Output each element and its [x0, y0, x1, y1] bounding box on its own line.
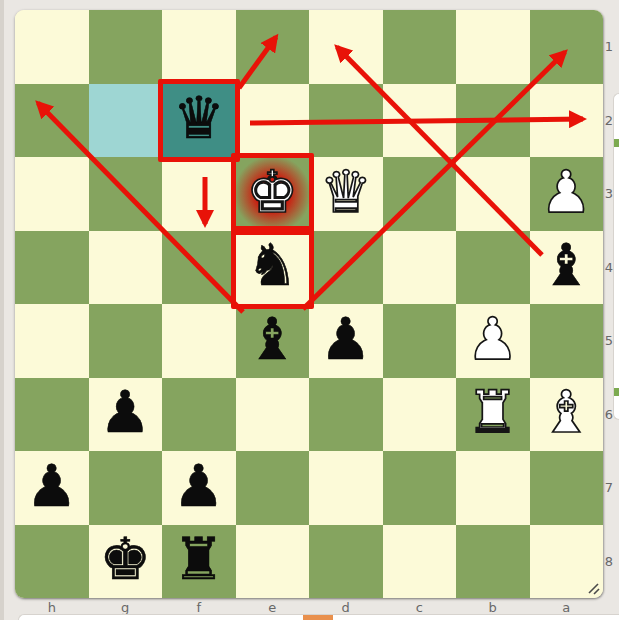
square-b8[interactable] — [456, 525, 530, 599]
scroll-panel-right — [613, 93, 619, 420]
resize-handle[interactable] — [586, 581, 601, 596]
square-f6[interactable] — [162, 378, 236, 452]
square-b4[interactable] — [456, 231, 530, 305]
piece-white-bishop[interactable]: ♝ — [540, 383, 592, 441]
square-f1[interactable] — [162, 10, 236, 84]
square-e7[interactable] — [236, 451, 310, 525]
square-a1[interactable] — [530, 10, 604, 84]
square-c5[interactable] — [383, 304, 457, 378]
square-e4[interactable]: ♞ — [236, 231, 310, 305]
square-g7[interactable] — [89, 451, 163, 525]
piece-black-king[interactable]: ♚ — [99, 530, 151, 588]
piece-black-bishop[interactable]: ♝ — [540, 236, 592, 294]
square-g1[interactable] — [89, 10, 163, 84]
square-b5[interactable]: ♟ — [456, 304, 530, 378]
square-h1[interactable] — [15, 10, 89, 84]
square-c4[interactable] — [383, 231, 457, 305]
square-c1[interactable] — [383, 10, 457, 84]
square-e2[interactable] — [236, 84, 310, 158]
scroll-tick-1 — [614, 139, 619, 147]
square-e1[interactable] — [236, 10, 310, 84]
square-f5[interactable] — [162, 304, 236, 378]
square-d3[interactable]: ♛ — [309, 157, 383, 231]
file-label-g: g — [89, 600, 163, 615]
board-squares: ♛♚♛♟♞♝♝♟♟♟♜♝♟♟♚♜ — [15, 10, 603, 598]
orange-tab[interactable] — [303, 615, 333, 620]
square-h8[interactable] — [15, 525, 89, 599]
file-label-f: f — [162, 600, 236, 615]
piece-white-pawn[interactable]: ♟ — [540, 163, 592, 221]
square-h6[interactable] — [15, 378, 89, 452]
square-a2[interactable] — [530, 84, 604, 158]
square-b1[interactable] — [456, 10, 530, 84]
file-label-b: b — [456, 600, 530, 615]
piece-black-pawn[interactable]: ♟ — [320, 310, 372, 368]
piece-black-rook[interactable]: ♜ — [173, 530, 225, 588]
piece-black-knight[interactable]: ♞ — [246, 236, 298, 294]
piece-white-rook[interactable]: ♜ — [467, 383, 519, 441]
chess-board: ♛♚♛♟♞♝♝♟♟♟♜♝♟♟♚♜ — [15, 10, 603, 598]
square-a6[interactable]: ♝ — [530, 378, 604, 452]
square-f8[interactable]: ♜ — [162, 525, 236, 599]
piece-black-bishop[interactable]: ♝ — [246, 310, 298, 368]
square-f2[interactable]: ♛ — [162, 84, 236, 158]
square-e5[interactable]: ♝ — [236, 304, 310, 378]
scroll-tick-2 — [614, 388, 619, 396]
square-f3[interactable] — [162, 157, 236, 231]
square-g6[interactable]: ♟ — [89, 378, 163, 452]
square-d4[interactable] — [309, 231, 383, 305]
square-f7[interactable]: ♟ — [162, 451, 236, 525]
square-d7[interactable] — [309, 451, 383, 525]
rank-label-7: 7 — [602, 451, 616, 525]
square-e6[interactable] — [236, 378, 310, 452]
square-b2[interactable] — [456, 84, 530, 158]
square-g3[interactable] — [89, 157, 163, 231]
square-a3[interactable]: ♟ — [530, 157, 604, 231]
square-b3[interactable] — [456, 157, 530, 231]
file-label-e: e — [236, 600, 310, 615]
square-h3[interactable] — [15, 157, 89, 231]
square-h7[interactable]: ♟ — [15, 451, 89, 525]
square-f4[interactable] — [162, 231, 236, 305]
square-d8[interactable] — [309, 525, 383, 599]
square-g5[interactable] — [89, 304, 163, 378]
file-label-a: a — [530, 600, 604, 615]
square-h4[interactable] — [15, 231, 89, 305]
square-g8[interactable]: ♚ — [89, 525, 163, 599]
square-e3[interactable]: ♚ — [236, 157, 310, 231]
rank-label-1: 1 — [602, 10, 616, 84]
piece-white-king[interactable]: ♚ — [246, 163, 298, 221]
square-c6[interactable] — [383, 378, 457, 452]
square-a4[interactable]: ♝ — [530, 231, 604, 305]
square-d6[interactable] — [309, 378, 383, 452]
square-b7[interactable] — [456, 451, 530, 525]
square-a7[interactable] — [530, 451, 604, 525]
square-h5[interactable] — [15, 304, 89, 378]
square-d5[interactable]: ♟ — [309, 304, 383, 378]
square-c8[interactable] — [383, 525, 457, 599]
file-label-h: h — [15, 600, 89, 615]
square-c2[interactable] — [383, 84, 457, 158]
app-background: ♛♚♛♟♞♝♝♟♟♟♜♝♟♟♚♜ 12345678 hgfedcba — [0, 0, 619, 620]
window-left-edge — [0, 0, 4, 620]
square-c7[interactable] — [383, 451, 457, 525]
piece-black-pawn[interactable]: ♟ — [26, 457, 78, 515]
piece-white-pawn[interactable]: ♟ — [467, 310, 519, 368]
square-g4[interactable] — [89, 231, 163, 305]
piece-white-queen[interactable]: ♛ — [320, 163, 372, 221]
square-h2[interactable] — [15, 84, 89, 158]
square-c3[interactable] — [383, 157, 457, 231]
square-d2[interactable] — [309, 84, 383, 158]
square-a5[interactable] — [530, 304, 604, 378]
file-label-c: c — [383, 600, 457, 615]
square-e8[interactable] — [236, 525, 310, 599]
square-d1[interactable] — [309, 10, 383, 84]
piece-black-queen[interactable]: ♛ — [173, 89, 225, 147]
square-g2[interactable] — [89, 84, 163, 158]
file-label-d: d — [309, 600, 383, 615]
piece-black-pawn[interactable]: ♟ — [173, 457, 225, 515]
rank-label-8: 8 — [602, 525, 616, 599]
piece-black-pawn[interactable]: ♟ — [99, 383, 151, 441]
square-b6[interactable]: ♜ — [456, 378, 530, 452]
